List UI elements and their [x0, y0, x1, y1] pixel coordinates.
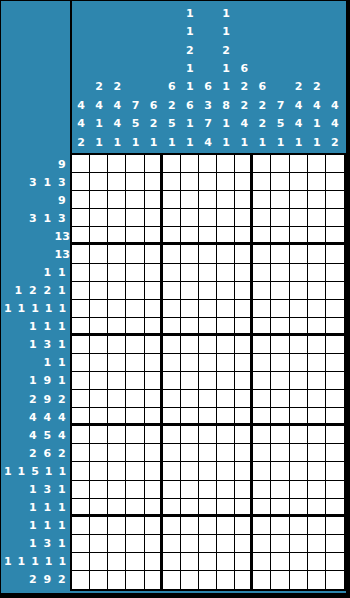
col-clue[interactable]: 2: [163, 97, 181, 115]
grid-cell[interactable]: [163, 535, 181, 553]
grid-cell[interactable]: [271, 227, 289, 245]
grid-cell[interactable]: [181, 553, 199, 571]
row-clue[interactable]: 2: [55, 447, 70, 460]
grid-cell[interactable]: [163, 336, 181, 354]
grid-cell[interactable]: [271, 444, 289, 462]
grid-cell[interactable]: [181, 191, 199, 209]
grid-cell[interactable]: [326, 390, 344, 408]
grid-cell[interactable]: [308, 191, 326, 209]
grid-cell[interactable]: [181, 282, 199, 300]
row-clue[interactable]: 1: [55, 338, 70, 351]
row-clue[interactable]: 3: [26, 212, 41, 225]
grid-cell[interactable]: [145, 245, 163, 263]
grid-cell[interactable]: [90, 517, 108, 535]
grid-cell[interactable]: [308, 282, 326, 300]
col-clue[interactable]: 1: [217, 78, 235, 96]
col-clue[interactable]: 5: [163, 115, 181, 133]
col-clue[interactable]: 8: [217, 97, 235, 115]
col-clue[interactable]: 4: [308, 97, 326, 115]
grid-cell[interactable]: [108, 481, 126, 499]
grid-cell[interactable]: [235, 553, 253, 571]
col-clue[interactable]: 1: [90, 134, 108, 152]
row-clue[interactable]: 1: [15, 302, 29, 315]
grid-cell[interactable]: [308, 245, 326, 263]
grid-cell[interactable]: [199, 571, 217, 589]
grid-cell[interactable]: [126, 444, 144, 462]
grid-cell[interactable]: [326, 336, 344, 354]
grid-cell[interactable]: [326, 209, 344, 227]
grid-cell[interactable]: [90, 499, 108, 517]
grid-cell[interactable]: [217, 553, 235, 571]
row-clue[interactable]: 1: [55, 501, 70, 514]
grid-cell[interactable]: [326, 571, 344, 589]
grid-cell[interactable]: [308, 553, 326, 571]
row-clue[interactable]: 1: [55, 465, 69, 478]
grid-cell[interactable]: [199, 245, 217, 263]
row-clue[interactable]: 6: [40, 447, 55, 460]
grid-cell[interactable]: [217, 227, 235, 245]
col-clue[interactable]: 6: [235, 60, 253, 78]
row-clue[interactable]: 1: [28, 555, 42, 568]
grid-cell[interactable]: [271, 264, 289, 282]
grid-cell[interactable]: [90, 481, 108, 499]
grid-cell[interactable]: [326, 444, 344, 462]
grid-cell[interactable]: [290, 499, 308, 517]
grid-cell[interactable]: [271, 354, 289, 372]
grid-cell[interactable]: [271, 535, 289, 553]
grid-cell[interactable]: [199, 227, 217, 245]
row-clue[interactable]: 2: [26, 573, 41, 586]
grid-cell[interactable]: [90, 571, 108, 589]
col-clue[interactable]: 1: [308, 115, 326, 133]
grid-cell[interactable]: [72, 372, 90, 390]
grid-cell[interactable]: [308, 354, 326, 372]
grid-cell[interactable]: [199, 481, 217, 499]
row-clue[interactable]: 1: [55, 555, 69, 568]
grid-cell[interactable]: [145, 390, 163, 408]
row-clue[interactable]: 1: [40, 519, 55, 532]
grid-cell[interactable]: [217, 173, 235, 191]
grid-cell[interactable]: [271, 300, 289, 318]
row-clue[interactable]: 1: [26, 501, 41, 514]
col-clue[interactable]: 4: [199, 134, 217, 152]
grid-cell[interactable]: [253, 354, 271, 372]
grid-cell[interactable]: [308, 499, 326, 517]
col-clue[interactable]: 1: [217, 115, 235, 133]
grid-cell[interactable]: [326, 462, 344, 480]
row-clue[interactable]: 1: [42, 302, 56, 315]
grid-cell[interactable]: [72, 173, 90, 191]
grid-cell[interactable]: [199, 191, 217, 209]
grid-cell[interactable]: [108, 155, 126, 173]
grid-cell[interactable]: [145, 336, 163, 354]
grid-cell[interactable]: [290, 318, 308, 336]
grid-cell[interactable]: [326, 227, 344, 245]
grid-cell[interactable]: [235, 155, 253, 173]
grid-cell[interactable]: [72, 155, 90, 173]
grid-cell[interactable]: [290, 372, 308, 390]
grid-cell[interactable]: [108, 354, 126, 372]
row-clue[interactable]: 1: [55, 266, 70, 279]
grid-cell[interactable]: [253, 426, 271, 444]
row-clue[interactable]: 4: [55, 411, 70, 424]
grid-cell[interactable]: [199, 390, 217, 408]
grid-cell[interactable]: [290, 155, 308, 173]
grid-cell[interactable]: [326, 173, 344, 191]
grid-cell[interactable]: [235, 209, 253, 227]
grid-cell[interactable]: [217, 191, 235, 209]
col-clue[interactable]: 6: [199, 78, 217, 96]
grid-cell[interactable]: [326, 372, 344, 390]
grid-cell[interactable]: [163, 264, 181, 282]
grid-cell[interactable]: [235, 499, 253, 517]
grid-cell[interactable]: [72, 264, 90, 282]
col-clue[interactable]: 2: [253, 97, 271, 115]
col-clue[interactable]: 2: [290, 78, 308, 96]
col-clue[interactable]: 3: [199, 97, 217, 115]
row-clue[interactable]: 13: [55, 230, 70, 243]
row-clue[interactable]: 2: [55, 393, 70, 406]
row-clue[interactable]: 1: [15, 465, 29, 478]
row-clue[interactable]: 1: [55, 483, 70, 496]
grid-cell[interactable]: [290, 191, 308, 209]
grid-cell[interactable]: [126, 264, 144, 282]
grid-cell[interactable]: [253, 517, 271, 535]
col-clue[interactable]: 7: [271, 97, 289, 115]
grid-cell[interactable]: [199, 264, 217, 282]
row-clue[interactable]: 3: [55, 212, 70, 225]
row-clue[interactable]: 1: [26, 320, 41, 333]
col-clue[interactable]: 1: [308, 134, 326, 152]
grid-cell[interactable]: [126, 155, 144, 173]
grid-cell[interactable]: [199, 300, 217, 318]
col-clue[interactable]: 1: [217, 5, 235, 23]
grid-cell[interactable]: [72, 535, 90, 553]
row-clue[interactable]: 1: [1, 302, 15, 315]
grid-cell[interactable]: [217, 481, 235, 499]
grid-cell[interactable]: [253, 191, 271, 209]
grid-cell[interactable]: [235, 354, 253, 372]
grid-cell[interactable]: [181, 571, 199, 589]
row-clue[interactable]: 1: [26, 338, 41, 351]
row-clue[interactable]: 9: [40, 573, 55, 586]
grid-cell[interactable]: [253, 462, 271, 480]
grid-cell[interactable]: [72, 209, 90, 227]
grid-cell[interactable]: [181, 390, 199, 408]
col-clue[interactable]: 1: [290, 134, 308, 152]
row-clue[interactable]: 1: [15, 555, 29, 568]
grid-cell[interactable]: [217, 336, 235, 354]
grid-cell[interactable]: [72, 408, 90, 426]
grid-cell[interactable]: [163, 553, 181, 571]
grid-cell[interactable]: [108, 282, 126, 300]
col-clue[interactable]: 2: [181, 42, 199, 60]
grid-cell[interactable]: [126, 209, 144, 227]
grid-cell[interactable]: [308, 336, 326, 354]
grid-cell[interactable]: [253, 408, 271, 426]
grid-cell[interactable]: [145, 444, 163, 462]
grid-cell[interactable]: [271, 462, 289, 480]
grid-cell[interactable]: [271, 336, 289, 354]
grid-cell[interactable]: [199, 426, 217, 444]
row-clue[interactable]: 2: [40, 284, 55, 297]
col-clue[interactable]: 1: [271, 134, 289, 152]
row-clue[interactable]: 1: [40, 320, 55, 333]
grid-cell[interactable]: [271, 390, 289, 408]
col-clue[interactable]: 1: [217, 134, 235, 152]
grid-cell[interactable]: [163, 227, 181, 245]
row-clue[interactable]: 1: [40, 212, 55, 225]
grid-cell[interactable]: [108, 408, 126, 426]
grid-cell[interactable]: [308, 535, 326, 553]
col-clue[interactable]: 1: [217, 23, 235, 41]
grid-cell[interactable]: [235, 408, 253, 426]
grid-cell[interactable]: [108, 209, 126, 227]
grid-cell[interactable]: [235, 372, 253, 390]
grid-cell[interactable]: [271, 173, 289, 191]
grid-cell[interactable]: [199, 462, 217, 480]
grid-cell[interactable]: [290, 571, 308, 589]
col-clue[interactable]: 2: [326, 134, 344, 152]
col-clue[interactable]: 1: [145, 134, 163, 152]
grid-cell[interactable]: [126, 571, 144, 589]
grid-cell[interactable]: [326, 155, 344, 173]
grid-cell[interactable]: [108, 264, 126, 282]
grid-cell[interactable]: [217, 155, 235, 173]
grid-cell[interactable]: [72, 282, 90, 300]
grid-cell[interactable]: [145, 264, 163, 282]
grid-cell[interactable]: [72, 318, 90, 336]
grid-cell[interactable]: [72, 426, 90, 444]
grid-cell[interactable]: [271, 245, 289, 263]
grid-cell[interactable]: [271, 191, 289, 209]
row-clue[interactable]: 1: [26, 537, 41, 550]
grid-cell[interactable]: [126, 426, 144, 444]
grid-cell[interactable]: [290, 209, 308, 227]
grid-cell[interactable]: [126, 553, 144, 571]
grid-cell[interactable]: [308, 209, 326, 227]
grid-cell[interactable]: [163, 155, 181, 173]
grid-cell[interactable]: [163, 372, 181, 390]
row-clue[interactable]: 2: [55, 573, 70, 586]
grid-cell[interactable]: [108, 390, 126, 408]
row-clue[interactable]: 1: [40, 266, 55, 279]
grid-cell[interactable]: [253, 155, 271, 173]
row-clue[interactable]: 1: [1, 555, 15, 568]
grid-cell[interactable]: [145, 535, 163, 553]
grid-cell[interactable]: [90, 264, 108, 282]
grid-cell[interactable]: [181, 354, 199, 372]
grid-cell[interactable]: [217, 499, 235, 517]
grid-cell[interactable]: [108, 336, 126, 354]
grid-cell[interactable]: [90, 462, 108, 480]
grid-cell[interactable]: [126, 535, 144, 553]
grid-cell[interactable]: [108, 173, 126, 191]
grid-cell[interactable]: [326, 499, 344, 517]
grid-cell[interactable]: [145, 173, 163, 191]
row-clue[interactable]: 9: [55, 158, 70, 171]
col-clue[interactable]: 2: [72, 134, 90, 152]
grid-cell[interactable]: [126, 372, 144, 390]
grid-cell[interactable]: [326, 354, 344, 372]
row-clue[interactable]: 2: [26, 393, 41, 406]
grid-cell[interactable]: [163, 318, 181, 336]
grid-cell[interactable]: [308, 571, 326, 589]
grid-cell[interactable]: [217, 245, 235, 263]
grid-cell[interactable]: [145, 553, 163, 571]
row-clue[interactable]: 1: [11, 284, 26, 297]
grid-cell[interactable]: [253, 318, 271, 336]
grid-cell[interactable]: [199, 372, 217, 390]
grid-cell[interactable]: [90, 209, 108, 227]
row-clue[interactable]: 2: [26, 284, 41, 297]
grid-cell[interactable]: [253, 372, 271, 390]
grid-cell[interactable]: [163, 209, 181, 227]
grid-cell[interactable]: [308, 300, 326, 318]
col-clue[interactable]: 4: [290, 97, 308, 115]
row-clue[interactable]: 1: [1, 465, 15, 478]
col-clue[interactable]: 6: [253, 78, 271, 96]
row-clue[interactable]: 4: [55, 429, 70, 442]
row-clue[interactable]: 1: [55, 519, 70, 532]
row-clue[interactable]: 1: [26, 374, 41, 387]
grid-cell[interactable]: [253, 173, 271, 191]
grid-cell[interactable]: [308, 264, 326, 282]
grid-cell[interactable]: [271, 426, 289, 444]
grid-cell[interactable]: [181, 300, 199, 318]
row-clue[interactable]: 5: [28, 465, 42, 478]
grid-cell[interactable]: [308, 517, 326, 535]
grid-cell[interactable]: [163, 481, 181, 499]
grid-cell[interactable]: [235, 191, 253, 209]
grid-cell[interactable]: [163, 499, 181, 517]
grid-cell[interactable]: [217, 372, 235, 390]
grid-cell[interactable]: [199, 336, 217, 354]
grid-cell[interactable]: [199, 354, 217, 372]
grid-cell[interactable]: [308, 318, 326, 336]
row-clue[interactable]: 1: [28, 302, 42, 315]
grid-cell[interactable]: [108, 372, 126, 390]
grid-cell[interactable]: [217, 318, 235, 336]
grid-cell[interactable]: [217, 390, 235, 408]
col-clue[interactable]: 4: [108, 115, 126, 133]
grid-cell[interactable]: [199, 173, 217, 191]
row-clue[interactable]: 1: [40, 356, 55, 369]
grid-cell[interactable]: [126, 318, 144, 336]
grid-cell[interactable]: [126, 408, 144, 426]
grid-cell[interactable]: [90, 173, 108, 191]
col-clue[interactable]: 1: [217, 60, 235, 78]
grid-cell[interactable]: [253, 245, 271, 263]
grid-cell[interactable]: [235, 245, 253, 263]
grid-cell[interactable]: [163, 426, 181, 444]
grid-cell[interactable]: [108, 300, 126, 318]
grid-cell[interactable]: [90, 535, 108, 553]
grid-cell[interactable]: [290, 535, 308, 553]
grid-cell[interactable]: [72, 553, 90, 571]
grid-cell[interactable]: [163, 444, 181, 462]
col-clue[interactable]: 7: [199, 115, 217, 133]
col-clue[interactable]: 7: [126, 97, 144, 115]
grid-cell[interactable]: [271, 155, 289, 173]
grid-cell[interactable]: [271, 499, 289, 517]
grid-cell[interactable]: [181, 227, 199, 245]
col-clue[interactable]: 2: [253, 115, 271, 133]
grid-cell[interactable]: [326, 408, 344, 426]
grid-cell[interactable]: [290, 390, 308, 408]
col-clue[interactable]: 4: [90, 97, 108, 115]
grid-cell[interactable]: [90, 444, 108, 462]
grid-cell[interactable]: [126, 390, 144, 408]
row-clue[interactable]: 1: [40, 501, 55, 514]
grid-cell[interactable]: [126, 499, 144, 517]
grid-cell[interactable]: [308, 481, 326, 499]
col-clue[interactable]: 4: [72, 115, 90, 133]
row-clue[interactable]: 1: [26, 519, 41, 532]
grid-cell[interactable]: [290, 300, 308, 318]
row-clue[interactable]: 4: [26, 429, 41, 442]
grid-cell[interactable]: [290, 354, 308, 372]
row-clue[interactable]: 9: [40, 393, 55, 406]
grid-cell[interactable]: [326, 282, 344, 300]
grid-cell[interactable]: [72, 227, 90, 245]
grid-cell[interactable]: [145, 462, 163, 480]
grid-cell[interactable]: [72, 390, 90, 408]
grid-cell[interactable]: [108, 318, 126, 336]
grid-cell[interactable]: [253, 444, 271, 462]
grid-cell[interactable]: [253, 390, 271, 408]
row-clue[interactable]: 1: [42, 555, 56, 568]
grid-cell[interactable]: [271, 408, 289, 426]
grid-cell[interactable]: [72, 191, 90, 209]
grid-cell[interactable]: [90, 408, 108, 426]
grid-cell[interactable]: [90, 300, 108, 318]
grid-cell[interactable]: [217, 462, 235, 480]
col-clue[interactable]: 2: [145, 115, 163, 133]
grid-cell[interactable]: [308, 444, 326, 462]
grid-cell[interactable]: [72, 571, 90, 589]
row-clue[interactable]: 13: [55, 248, 70, 261]
col-clue[interactable]: 6: [163, 78, 181, 96]
col-clue[interactable]: 1: [90, 115, 108, 133]
grid-cell[interactable]: [217, 354, 235, 372]
grid-cell[interactable]: [108, 517, 126, 535]
grid-cell[interactable]: [126, 227, 144, 245]
col-clue[interactable]: 1: [253, 134, 271, 152]
col-clue[interactable]: 1: [181, 78, 199, 96]
grid-cell[interactable]: [163, 517, 181, 535]
grid-cell[interactable]: [217, 264, 235, 282]
grid-cell[interactable]: [290, 264, 308, 282]
grid-cell[interactable]: [199, 499, 217, 517]
grid-cell[interactable]: [72, 444, 90, 462]
grid-cell[interactable]: [326, 426, 344, 444]
grid-cell[interactable]: [290, 462, 308, 480]
grid-cell[interactable]: [163, 408, 181, 426]
grid-cell[interactable]: [126, 191, 144, 209]
col-clue[interactable]: 2: [235, 97, 253, 115]
grid-cell[interactable]: [181, 444, 199, 462]
grid-cell[interactable]: [217, 209, 235, 227]
grid-cell[interactable]: [108, 462, 126, 480]
grid-cell[interactable]: [126, 245, 144, 263]
row-clue[interactable]: 1: [55, 320, 70, 333]
row-clue[interactable]: 5: [40, 429, 55, 442]
grid-cell[interactable]: [163, 282, 181, 300]
col-clue[interactable]: 6: [181, 97, 199, 115]
col-clue[interactable]: 5: [271, 115, 289, 133]
grid-cell[interactable]: [290, 227, 308, 245]
